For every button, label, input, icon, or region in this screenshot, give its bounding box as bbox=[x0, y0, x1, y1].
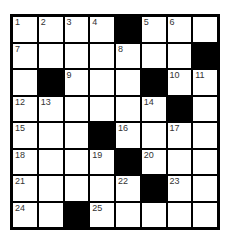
entry-cell-r8c7[interactable] bbox=[167, 202, 193, 229]
entry-cell-r4c6[interactable]: 14 bbox=[141, 96, 167, 123]
clue-number-8: 8 bbox=[118, 44, 123, 55]
clue-number-12: 12 bbox=[15, 97, 25, 108]
crossword-grid: 1234567891011121314151617181920212223242… bbox=[10, 14, 220, 230]
entry-cell-r4c1[interactable]: 12 bbox=[12, 96, 38, 123]
entry-cell-r4c5[interactable] bbox=[115, 96, 141, 123]
entry-cell-r1c1[interactable]: 1 bbox=[12, 16, 38, 43]
clue-number-1: 1 bbox=[15, 17, 20, 28]
block-cell-r4c7 bbox=[167, 96, 193, 123]
block-cell-r7c6 bbox=[141, 175, 167, 202]
entry-cell-r7c2[interactable] bbox=[38, 175, 64, 202]
entry-cell-r7c1[interactable]: 21 bbox=[12, 175, 38, 202]
entry-cell-r7c5[interactable]: 22 bbox=[115, 175, 141, 202]
entry-cell-r3c8[interactable]: 11 bbox=[192, 69, 218, 96]
entry-cell-r2c3[interactable] bbox=[64, 43, 90, 70]
clue-number-24: 24 bbox=[15, 203, 25, 214]
entry-cell-r5c5[interactable]: 16 bbox=[115, 122, 141, 149]
entry-cell-r1c4[interactable]: 4 bbox=[89, 16, 115, 43]
entry-cell-r8c1[interactable]: 24 bbox=[12, 202, 38, 229]
clue-number-11: 11 bbox=[195, 70, 204, 81]
entry-cell-r2c1[interactable]: 7 bbox=[12, 43, 38, 70]
clue-number-18: 18 bbox=[15, 150, 25, 161]
clue-number-22: 22 bbox=[118, 176, 128, 187]
block-cell-r5c4 bbox=[89, 122, 115, 149]
block-cell-r2c8 bbox=[192, 43, 218, 70]
entry-cell-r5c1[interactable]: 15 bbox=[12, 122, 38, 149]
entry-cell-r1c2[interactable]: 2 bbox=[38, 16, 64, 43]
entry-cell-r1c6[interactable]: 5 bbox=[141, 16, 167, 43]
block-cell-r3c2 bbox=[38, 69, 64, 96]
clue-number-5: 5 bbox=[144, 17, 149, 28]
entry-cell-r6c2[interactable] bbox=[38, 149, 64, 176]
clue-number-4: 4 bbox=[92, 17, 97, 28]
entry-cell-r7c8[interactable] bbox=[192, 175, 218, 202]
entry-cell-r5c8[interactable] bbox=[192, 122, 218, 149]
entry-cell-r5c7[interactable]: 17 bbox=[167, 122, 193, 149]
entry-cell-r4c2[interactable]: 13 bbox=[38, 96, 64, 123]
clue-number-19: 19 bbox=[92, 150, 102, 161]
clue-number-7: 7 bbox=[15, 44, 20, 55]
block-cell-r3c6 bbox=[141, 69, 167, 96]
entry-cell-r6c7[interactable] bbox=[167, 149, 193, 176]
clue-number-16: 16 bbox=[118, 123, 128, 134]
clue-number-9: 9 bbox=[67, 70, 72, 81]
entry-cell-r8c4[interactable]: 25 bbox=[89, 202, 115, 229]
entry-cell-r6c1[interactable]: 18 bbox=[12, 149, 38, 176]
clue-number-20: 20 bbox=[144, 150, 154, 161]
entry-cell-r1c3[interactable]: 3 bbox=[64, 16, 90, 43]
entry-cell-r4c4[interactable] bbox=[89, 96, 115, 123]
entry-cell-r6c8[interactable] bbox=[192, 149, 218, 176]
clue-number-25: 25 bbox=[92, 203, 102, 214]
entry-cell-r2c6[interactable] bbox=[141, 43, 167, 70]
clue-number-13: 13 bbox=[41, 97, 51, 108]
entry-cell-r8c6[interactable] bbox=[141, 202, 167, 229]
entry-cell-r8c8[interactable] bbox=[192, 202, 218, 229]
entry-cell-r6c4[interactable]: 19 bbox=[89, 149, 115, 176]
clue-number-2: 2 bbox=[41, 17, 46, 28]
clue-number-15: 15 bbox=[15, 123, 25, 134]
entry-cell-r7c4[interactable] bbox=[89, 175, 115, 202]
entry-cell-r5c6[interactable] bbox=[141, 122, 167, 149]
entry-cell-r2c4[interactable] bbox=[89, 43, 115, 70]
clue-number-6: 6 bbox=[170, 17, 175, 28]
clue-number-17: 17 bbox=[170, 123, 180, 134]
entry-cell-r6c6[interactable]: 20 bbox=[141, 149, 167, 176]
entry-cell-r3c4[interactable] bbox=[89, 69, 115, 96]
entry-cell-r3c1[interactable] bbox=[12, 69, 38, 96]
entry-cell-r4c3[interactable] bbox=[64, 96, 90, 123]
entry-cell-r2c2[interactable] bbox=[38, 43, 64, 70]
entry-cell-r8c2[interactable] bbox=[38, 202, 64, 229]
entry-cell-r8c5[interactable] bbox=[115, 202, 141, 229]
entry-cell-r3c7[interactable]: 10 bbox=[167, 69, 193, 96]
clue-number-3: 3 bbox=[67, 17, 72, 28]
entry-cell-r3c5[interactable] bbox=[115, 69, 141, 96]
block-cell-r6c5 bbox=[115, 149, 141, 176]
block-cell-r8c3 bbox=[64, 202, 90, 229]
entry-cell-r1c8[interactable] bbox=[192, 16, 218, 43]
entry-cell-r6c3[interactable] bbox=[64, 149, 90, 176]
entry-cell-r5c3[interactable] bbox=[64, 122, 90, 149]
entry-cell-r1c7[interactable]: 6 bbox=[167, 16, 193, 43]
entry-cell-r5c2[interactable] bbox=[38, 122, 64, 149]
entry-cell-r2c7[interactable] bbox=[167, 43, 193, 70]
entry-cell-r2c5[interactable]: 8 bbox=[115, 43, 141, 70]
clue-number-23: 23 bbox=[170, 176, 180, 187]
entry-cell-r7c7[interactable]: 23 bbox=[167, 175, 193, 202]
block-cell-r1c5 bbox=[115, 16, 141, 43]
clue-number-10: 10 bbox=[170, 70, 180, 81]
entry-cell-r3c3[interactable]: 9 bbox=[64, 69, 90, 96]
entry-cell-r4c8[interactable] bbox=[192, 96, 218, 123]
clue-number-14: 14 bbox=[144, 97, 154, 108]
entry-cell-r7c3[interactable] bbox=[64, 175, 90, 202]
clue-number-21: 21 bbox=[15, 176, 25, 187]
